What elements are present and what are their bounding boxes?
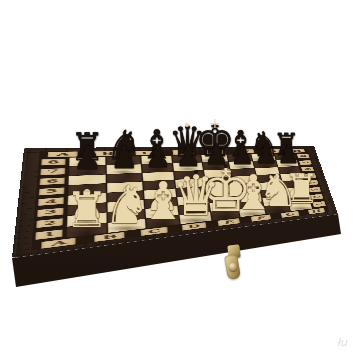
label-text: 6 [46, 179, 58, 184]
label-text: 8 [48, 160, 60, 165]
label-text: 1 [314, 203, 325, 206]
chess-set-photo: ABCDEFGH ABCDEFGH 87654321 87654321 ♜♞♝♛… [0, 0, 360, 360]
label-text: A [51, 239, 67, 247]
label-text: 8 [298, 155, 308, 157]
label-text: 4 [307, 181, 317, 184]
label-text: H [292, 149, 301, 152]
rank-label-3: 3 [37, 208, 63, 217]
rank-label-6: 6 [40, 178, 65, 185]
label-text: 7 [47, 169, 59, 174]
label-text: F [257, 215, 266, 220]
label-text: B [102, 233, 117, 240]
label-text: 5 [305, 175, 315, 178]
rank-label-4: 4 [38, 197, 63, 206]
rank-label-1: 1 [36, 229, 63, 239]
label-text: D [177, 150, 189, 154]
rank-label-7: 7 [299, 160, 312, 165]
rank-label-3: 3 [308, 187, 321, 193]
label-text: H [311, 209, 321, 214]
label-text: 7 [300, 161, 310, 163]
rank-label-8: 8 [297, 154, 310, 158]
label-text: E [211, 150, 221, 154]
clasp-knob-icon [229, 263, 237, 271]
label-text: D [187, 223, 200, 229]
rank-label-6: 6 [301, 167, 314, 172]
rank-label-4: 4 [305, 180, 318, 185]
label-text: C [148, 228, 161, 235]
label-text: 2 [311, 195, 321, 198]
coordinate-strip-left: 87654321 [32, 157, 68, 242]
rank-label-1: 1 [312, 201, 325, 207]
rank-label-2: 2 [36, 218, 62, 228]
brass-clasp [219, 243, 249, 289]
label-text: 1 [42, 231, 55, 238]
rank-label-8: 8 [41, 159, 65, 166]
label-text: E [224, 219, 234, 225]
label-text: G [285, 212, 295, 217]
rank-label-2: 2 [310, 194, 323, 200]
label-text: A [56, 152, 70, 157]
rank-label-5: 5 [39, 187, 64, 195]
label-text: 2 [43, 220, 56, 227]
label-text: 3 [44, 209, 57, 215]
label-text: 4 [45, 199, 58, 205]
rank-label-5: 5 [303, 173, 316, 178]
label-text: B [101, 151, 114, 155]
watermark: łu [337, 336, 347, 349]
label-text: F [241, 150, 249, 154]
label-text: 3 [309, 188, 319, 191]
label-text: G [268, 149, 277, 152]
rank-label-7: 7 [41, 168, 65, 175]
label-text: C [142, 151, 154, 155]
label-text: 5 [45, 189, 58, 195]
label-text: 6 [302, 168, 312, 170]
